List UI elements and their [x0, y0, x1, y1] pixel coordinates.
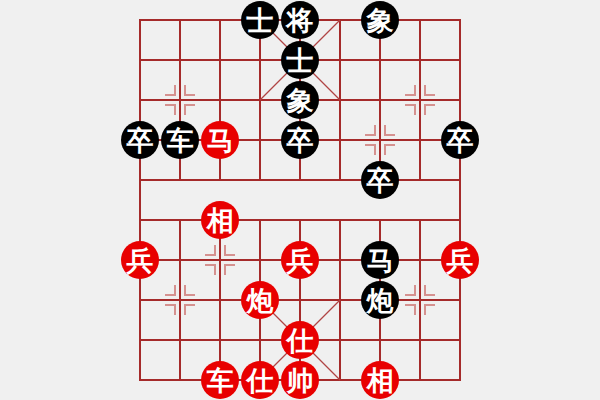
piece-red-general[interactable]: 帅 — [281, 361, 319, 399]
piece-red-advisor[interactable]: 仕 — [281, 321, 319, 359]
piece-black-soldier[interactable]: 卒 — [361, 161, 399, 199]
piece-black-chariot[interactable]: 车 — [161, 121, 199, 159]
piece-black-soldier[interactable]: 卒 — [121, 121, 159, 159]
piece-black-advisor[interactable]: 士 — [241, 1, 279, 39]
piece-black-general[interactable]: 将 — [281, 1, 319, 39]
piece-black-elephant[interactable]: 象 — [281, 81, 319, 119]
piece-red-advisor[interactable]: 仕 — [241, 361, 279, 399]
piece-red-chariot[interactable]: 车 — [201, 361, 239, 399]
piece-red-cannon[interactable]: 炮 — [241, 281, 279, 319]
piece-black-soldier[interactable]: 卒 — [441, 121, 479, 159]
piece-black-elephant[interactable]: 象 — [361, 1, 399, 39]
piece-red-soldier[interactable]: 兵 — [121, 241, 159, 279]
piece-black-soldier[interactable]: 卒 — [281, 121, 319, 159]
piece-black-horse[interactable]: 马 — [361, 241, 399, 279]
piece-red-elephant[interactable]: 相 — [201, 201, 239, 239]
piece-black-cannon[interactable]: 炮 — [361, 281, 399, 319]
piece-layer: 士将象士象卒车马卒卒卒相兵兵马兵炮炮仕车仕帅相 — [140, 20, 460, 380]
piece-red-soldier[interactable]: 兵 — [281, 241, 319, 279]
xiangqi-board: 士将象士象卒车马卒卒卒相兵兵马兵炮炮仕车仕帅相 — [140, 20, 460, 380]
piece-red-soldier[interactable]: 兵 — [441, 241, 479, 279]
piece-red-horse[interactable]: 马 — [201, 121, 239, 159]
piece-black-advisor[interactable]: 士 — [281, 41, 319, 79]
piece-red-elephant[interactable]: 相 — [361, 361, 399, 399]
